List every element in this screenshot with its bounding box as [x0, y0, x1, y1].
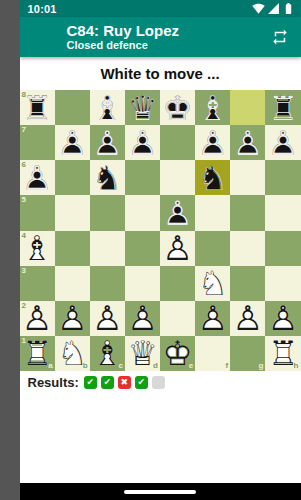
square-d5[interactable] — [125, 195, 160, 230]
black-pawn-d7[interactable]: ♟ — [125, 125, 160, 160]
square-f2[interactable]: ♟♙ — [195, 301, 230, 336]
square-b3[interactable] — [55, 266, 90, 301]
square-f6[interactable]: ♞♘ — [195, 160, 230, 195]
square-h2[interactable]: ♟♙ — [265, 301, 300, 336]
black-pawn-a6-detail: ♙ — [20, 160, 55, 195]
square-d2[interactable]: ♟♙ — [125, 301, 160, 336]
white-rook-a1[interactable]: ♜ — [20, 336, 55, 371]
square-h6[interactable] — [265, 160, 300, 195]
result-incorrect-badge: ✖ — [118, 376, 131, 389]
file-label-f: f — [226, 362, 229, 370]
square-e7[interactable] — [160, 125, 195, 160]
black-knight-c6[interactable]: ♞ — [90, 160, 125, 195]
square-b5[interactable] — [55, 195, 90, 230]
status-time: 10:01 — [28, 3, 57, 15]
square-e3[interactable] — [160, 266, 195, 301]
square-h1[interactable]: h♜♖ — [265, 336, 300, 371]
square-e8[interactable]: ♚♔ — [160, 90, 195, 125]
rank-label-4: 4 — [22, 232, 26, 240]
square-c2[interactable]: ♟♙ — [90, 301, 125, 336]
rank-label-5: 5 — [22, 196, 26, 204]
square-a2[interactable]: 2♟♙ — [20, 301, 55, 336]
black-king-e8[interactable]: ♚ — [160, 90, 195, 125]
black-pawn-a6[interactable]: ♟ — [20, 160, 55, 195]
move-prompt: White to move ... — [20, 57, 301, 90]
square-e4[interactable]: ♟♙ — [160, 231, 195, 266]
rank-label-1: 1 — [22, 337, 26, 345]
square-e1[interactable]: e♚♔ — [160, 336, 195, 371]
result-correct-badge: ✔ — [84, 376, 97, 389]
black-rook-a8[interactable]: ♜ — [20, 90, 55, 125]
white-pawn-b2[interactable]: ♟ — [55, 301, 90, 336]
white-bishop-a4[interactable]: ♝ — [20, 231, 55, 266]
square-c3[interactable] — [90, 266, 125, 301]
white-pawn-a2[interactable]: ♟ — [20, 301, 55, 336]
white-king-e1-detail: ♔ — [160, 336, 195, 371]
white-pawn-d2[interactable]: ♟ — [125, 301, 160, 336]
square-d6[interactable] — [125, 160, 160, 195]
black-pawn-d7-detail: ♙ — [125, 125, 160, 160]
white-knight-f3-detail: ♘ — [195, 266, 230, 301]
square-f8[interactable]: ♝♗ — [195, 90, 230, 125]
rank-label-6: 6 — [22, 161, 26, 169]
black-knight-f6[interactable]: ♞ — [195, 160, 230, 195]
square-a5[interactable]: 5 — [20, 195, 55, 230]
black-rook-h8[interactable]: ♜ — [265, 90, 300, 125]
square-g2[interactable]: ♟♙ — [230, 301, 265, 336]
page-subtitle: Closed defence — [67, 39, 301, 52]
signal-cellular-icon — [267, 2, 280, 15]
square-a4[interactable]: 4♝♗ — [20, 231, 55, 266]
square-d1[interactable]: d♛♕ — [125, 336, 160, 371]
page-title: C84: Ruy Lopez — [67, 22, 301, 39]
square-c6[interactable]: ♞♘ — [90, 160, 125, 195]
file-label-a: a — [48, 362, 52, 370]
app-bar: C84: Ruy Lopez Closed defence — [20, 17, 301, 57]
white-pawn-g2[interactable]: ♟ — [230, 301, 265, 336]
square-c1[interactable]: c♝♗ — [90, 336, 125, 371]
file-label-g: g — [258, 362, 263, 370]
square-e6[interactable] — [160, 160, 195, 195]
gesture-nav-bar[interactable] — [20, 483, 301, 500]
screen: 10:01 C84: Ruy Lopez Closed defence Whit… — [20, 0, 301, 500]
white-knight-b1[interactable]: ♞ — [55, 336, 90, 371]
white-pawn-f2-detail: ♙ — [195, 301, 230, 336]
square-b8[interactable] — [55, 90, 90, 125]
file-label-c: c — [118, 362, 122, 370]
square-b6[interactable] — [55, 160, 90, 195]
rank-label-2: 2 — [22, 302, 26, 310]
black-pawn-f7-detail: ♙ — [195, 125, 230, 160]
square-g3[interactable] — [230, 266, 265, 301]
repeat-button[interactable] — [269, 26, 291, 48]
white-pawn-b2-detail: ♙ — [55, 301, 90, 336]
square-h5[interactable] — [265, 195, 300, 230]
square-g1[interactable]: g — [230, 336, 265, 371]
square-c7[interactable]: ♟♙ — [90, 125, 125, 160]
white-pawn-d2-detail: ♙ — [125, 301, 160, 336]
square-f7[interactable]: ♟♙ — [195, 125, 230, 160]
black-pawn-h7-detail: ♙ — [265, 125, 300, 160]
white-bishop-c1-detail: ♗ — [90, 336, 125, 371]
black-pawn-f7[interactable]: ♟ — [195, 125, 230, 160]
results-row: Results: ✔✔✖✔ — [20, 374, 301, 390]
black-pawn-b7[interactable]: ♟ — [55, 125, 90, 160]
square-e5[interactable]: ♟♙ — [160, 195, 195, 230]
white-pawn-c2[interactable]: ♟ — [90, 301, 125, 336]
black-pawn-g7-detail: ♙ — [230, 125, 265, 160]
square-b7[interactable]: ♟♙ — [55, 125, 90, 160]
white-pawn-h2-detail: ♙ — [265, 301, 300, 336]
square-h3[interactable] — [265, 266, 300, 301]
black-king-e8-detail: ♔ — [160, 90, 195, 125]
white-pawn-e4-detail: ♙ — [160, 231, 195, 266]
square-a1[interactable]: 1a♜♖ — [20, 336, 55, 371]
square-d7[interactable]: ♟♙ — [125, 125, 160, 160]
white-knight-b1-detail: ♘ — [55, 336, 90, 371]
white-rook-h1-detail: ♖ — [265, 336, 300, 371]
black-knight-c6-detail: ♘ — [90, 160, 125, 195]
black-queen-d8[interactable]: ♛ — [125, 90, 160, 125]
black-pawn-e5[interactable]: ♟ — [160, 195, 195, 230]
black-pawn-b7-detail: ♙ — [55, 125, 90, 160]
home-indicator[interactable] — [124, 490, 196, 494]
rank-label-3: 3 — [22, 267, 26, 275]
black-bishop-f8[interactable]: ♝ — [195, 90, 230, 125]
white-pawn-a2-detail: ♙ — [20, 301, 55, 336]
white-pawn-f2[interactable]: ♟ — [195, 301, 230, 336]
black-knight-f6-detail: ♘ — [195, 160, 230, 195]
black-pawn-c7-detail: ♙ — [90, 125, 125, 160]
square-b2[interactable]: ♟♙ — [55, 301, 90, 336]
square-h7[interactable]: ♟♙ — [265, 125, 300, 160]
square-g4[interactable] — [230, 231, 265, 266]
results-label: Results: — [28, 375, 79, 390]
square-d4[interactable] — [125, 231, 160, 266]
result-correct-badge: ✔ — [135, 376, 148, 389]
file-label-h: h — [294, 362, 299, 370]
white-king-e1[interactable]: ♚ — [160, 336, 195, 371]
result-correct-badge: ✔ — [101, 376, 114, 389]
white-pawn-h2[interactable]: ♟ — [265, 301, 300, 336]
square-h8[interactable]: ♜♖ — [265, 90, 300, 125]
black-rook-h8-detail: ♖ — [265, 90, 300, 125]
square-a8[interactable]: 8♜♖ — [20, 90, 55, 125]
square-a7[interactable]: 7 — [20, 125, 55, 160]
file-label-d: d — [153, 362, 158, 370]
square-e2[interactable] — [160, 301, 195, 336]
white-pawn-c2-detail: ♙ — [90, 301, 125, 336]
black-rook-a8-detail: ♖ — [20, 90, 55, 125]
black-pawn-g7[interactable]: ♟ — [230, 125, 265, 160]
square-c5[interactable] — [90, 195, 125, 230]
chess-board[interactable]: 8♜♖♝♗♛♕♚♔♝♗♜♖7♟♙♟♙♟♙♟♙♟♙♟♙6♟♙♞♘♞♘5♟♙4♝♗♟… — [20, 90, 301, 371]
file-label-b: b — [83, 362, 88, 370]
results-badges: ✔✔✖✔ — [84, 376, 165, 389]
square-b4[interactable] — [55, 231, 90, 266]
white-bishop-c1[interactable]: ♝ — [90, 336, 125, 371]
square-f1[interactable]: f — [195, 336, 230, 371]
square-f5[interactable] — [195, 195, 230, 230]
white-queen-d1-detail: ♕ — [125, 336, 160, 371]
square-a6[interactable]: 6♟♙ — [20, 160, 55, 195]
white-rook-h1[interactable]: ♜ — [265, 336, 300, 371]
square-d3[interactable] — [125, 266, 160, 301]
black-bishop-c8-detail: ♗ — [90, 90, 125, 125]
rank-label-7: 7 — [22, 126, 26, 134]
black-pawn-c7[interactable]: ♟ — [90, 125, 125, 160]
battery-icon — [282, 2, 295, 15]
square-f4[interactable] — [195, 231, 230, 266]
black-bishop-c8[interactable]: ♝ — [90, 90, 125, 125]
white-knight-f3[interactable]: ♞ — [195, 266, 230, 301]
square-g6[interactable] — [230, 160, 265, 195]
white-queen-d1[interactable]: ♛ — [125, 336, 160, 371]
square-g7[interactable]: ♟♙ — [230, 125, 265, 160]
repeat-icon — [271, 34, 289, 49]
square-b1[interactable]: b♞♘ — [55, 336, 90, 371]
square-a3[interactable]: 3 — [20, 266, 55, 301]
white-pawn-g2-detail: ♙ — [230, 301, 265, 336]
square-c8[interactable]: ♝♗ — [90, 90, 125, 125]
white-bishop-a4-detail: ♗ — [20, 231, 55, 266]
rank-label-8: 8 — [22, 91, 26, 99]
square-g5[interactable] — [230, 195, 265, 230]
status-bar: 10:01 — [20, 0, 301, 17]
square-f3[interactable]: ♞♘ — [195, 266, 230, 301]
square-d8[interactable]: ♛♕ — [125, 90, 160, 125]
black-pawn-e5-detail: ♙ — [160, 195, 195, 230]
black-bishop-f8-detail: ♗ — [195, 90, 230, 125]
square-g8[interactable] — [230, 90, 265, 125]
result-pending-badge — [152, 376, 165, 389]
black-pawn-h7[interactable]: ♟ — [265, 125, 300, 160]
file-label-e: e — [189, 362, 193, 370]
black-queen-d8-detail: ♕ — [125, 90, 160, 125]
wifi-icon — [252, 2, 265, 15]
square-h4[interactable] — [265, 231, 300, 266]
status-icons — [252, 2, 295, 15]
square-c4[interactable] — [90, 231, 125, 266]
white-pawn-e4[interactable]: ♟ — [160, 231, 195, 266]
white-rook-a1-detail: ♖ — [20, 336, 55, 371]
